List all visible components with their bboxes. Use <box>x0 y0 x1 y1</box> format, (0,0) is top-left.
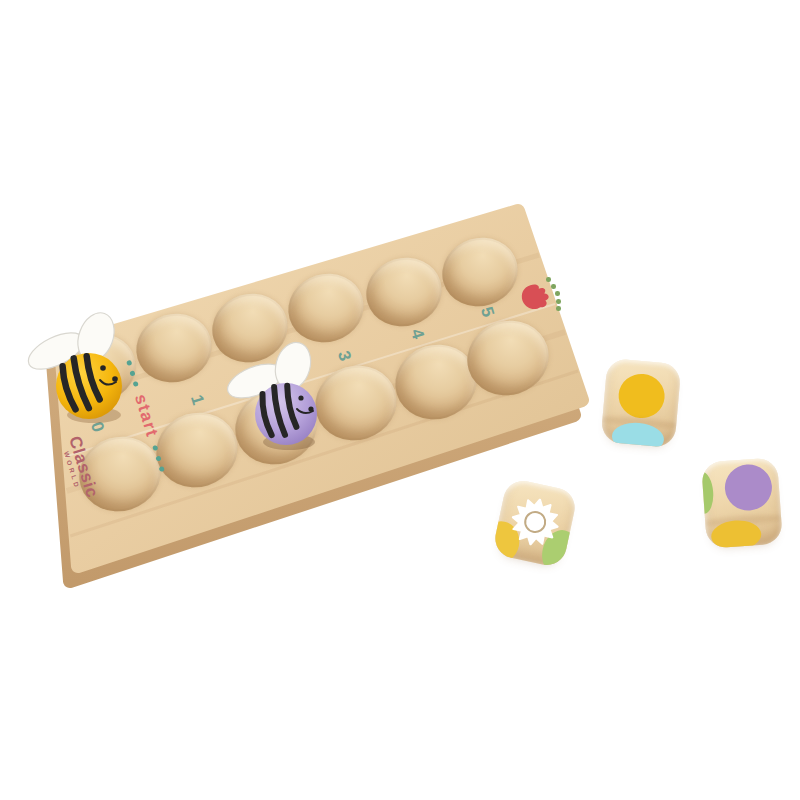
flower-dot <box>555 291 560 296</box>
flower-dot <box>546 277 551 282</box>
flower-dot <box>551 284 556 289</box>
yellow-circle-face <box>617 372 667 420</box>
die-yellow-cyan[interactable] <box>600 358 681 448</box>
start-dot <box>153 445 159 451</box>
purple-circle-face <box>723 463 773 512</box>
yellow-bee-piece[interactable] <box>14 301 164 441</box>
flower-dot <box>556 306 561 311</box>
scene: 0 1 2 3 4 5 start Classic WORLD <box>0 0 800 800</box>
start-dot <box>156 456 162 462</box>
purple-bee-piece[interactable] <box>211 329 361 469</box>
sun-icon <box>507 494 564 551</box>
die-purple[interactable] <box>701 457 783 548</box>
flower-dot <box>556 299 561 304</box>
